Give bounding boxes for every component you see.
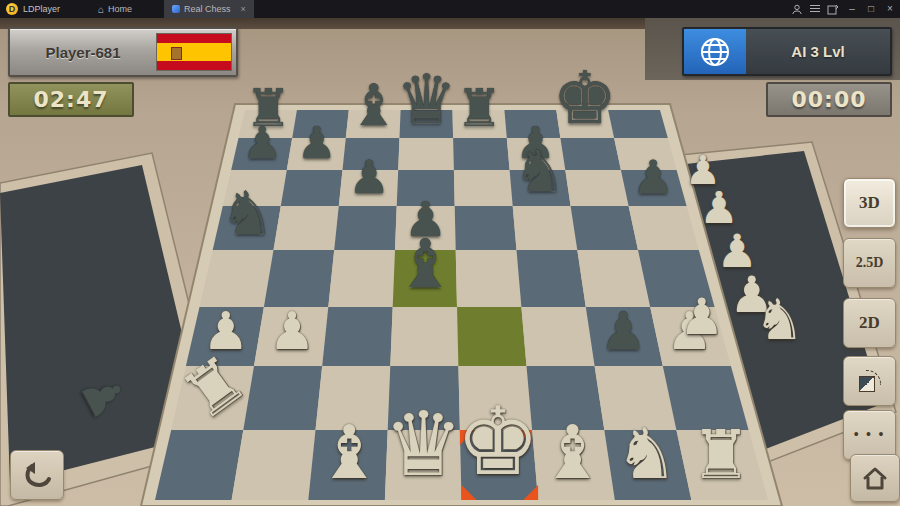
view-2d-label: 2D (859, 313, 880, 333)
ai-player-card: AI 3 Lvl (682, 27, 892, 76)
black-clock-time: 00:00 (791, 87, 866, 112)
close-icon[interactable]: × (884, 0, 896, 18)
square-b6[interactable] (281, 170, 343, 206)
square-h8[interactable] (608, 110, 668, 138)
piece-white-pawn-b3[interactable]: ♟ (269, 305, 316, 357)
square-e3[interactable] (457, 307, 527, 366)
ldplayer-logo-icon: D (6, 3, 18, 15)
white-clock: 02:47 (8, 82, 134, 117)
piece-black-pawn-a7[interactable]: ♟ (242, 121, 281, 165)
app-title: LDPlayer (23, 4, 60, 14)
white-player-name: Player-681 (10, 44, 156, 61)
flip-board-icon (859, 370, 881, 392)
square-g5[interactable] (571, 206, 638, 250)
piece-white-knight-g1[interactable]: ♞ (615, 419, 678, 489)
square-f5[interactable] (513, 206, 578, 250)
piece-white-queen-d1[interactable]: ♛ (384, 400, 464, 489)
minimize-icon[interactable]: – (846, 0, 858, 18)
piece-black-king-g8[interactable]: ♚ (552, 62, 617, 134)
piece-black-bishop-d4[interactable]: ♝ (395, 231, 455, 298)
view-2-5d-button[interactable]: 2.5D (843, 238, 896, 288)
square-d3[interactable] (390, 307, 458, 366)
ldplayer-window: D LDPlayer ⌂ Home Real Chess × – □ × (0, 0, 900, 506)
black-clock: 00:00 (766, 82, 892, 117)
square-b4[interactable] (264, 250, 334, 307)
square-e6[interactable] (454, 170, 513, 206)
piece-black-rook-e8[interactable]: ♜ (456, 82, 503, 134)
home-tab-icon: ⌂ (98, 4, 104, 15)
spain-flag (156, 33, 232, 71)
square-c5[interactable] (334, 206, 397, 250)
captured-white-knight: ♞ (754, 292, 804, 348)
piece-black-queen-d8[interactable]: ♛ (396, 66, 457, 134)
more-options-button[interactable]: • • • (843, 410, 896, 460)
tab-home[interactable]: ⌂ Home (90, 0, 140, 18)
square-f3[interactable] (521, 307, 594, 366)
white-player-card: Player-681 (8, 27, 238, 77)
tab-close-icon[interactable]: × (241, 4, 246, 14)
captured-white-pawn: ♟ (680, 292, 725, 342)
piece-white-rook-h1[interactable]: ♜ (691, 422, 751, 489)
undo-arrow-icon (22, 461, 52, 489)
piece-black-pawn-b7[interactable]: ♟ (297, 121, 336, 165)
account-icon[interactable] (791, 4, 803, 15)
square-c3[interactable] (322, 307, 393, 366)
view-3d-button[interactable]: 3D (843, 178, 896, 228)
piece-white-bishop-c1[interactable]: ♝ (316, 415, 382, 489)
undo-button[interactable] (10, 450, 64, 500)
menu-icon[interactable] (810, 5, 820, 13)
titlebar: D LDPlayer ⌂ Home Real Chess × – □ × (0, 0, 900, 18)
piece-black-knight-a5[interactable]: ♞ (221, 183, 275, 243)
tab-real-chess-label: Real Chess (184, 4, 231, 14)
square-e4[interactable] (456, 250, 522, 307)
view-3d-label: 3D (859, 193, 880, 213)
piece-black-pawn-c6[interactable]: ♟ (348, 154, 389, 200)
square-f4[interactable] (517, 250, 586, 307)
square-g4[interactable] (577, 250, 650, 307)
piece-black-pawn-h6[interactable]: ♟ (633, 154, 674, 200)
square-d7[interactable] (398, 138, 454, 170)
square-h5[interactable] (629, 206, 699, 250)
square-g6[interactable] (565, 170, 628, 206)
view-2-5d-label: 2.5D (856, 255, 884, 271)
white-clock-time: 02:47 (33, 87, 108, 112)
square-b1[interactable] (232, 430, 316, 500)
tab-home-label: Home (108, 4, 132, 14)
piece-white-bishop-f1[interactable]: ♝ (539, 415, 605, 489)
piece-white-king-e1[interactable]: ♚ (456, 395, 540, 489)
piece-black-bishop-c8[interactable]: ♝ (348, 77, 399, 134)
flag-emblem (171, 47, 182, 60)
ai-player-name: AI 3 Lvl (746, 29, 890, 74)
square-e7[interactable] (453, 138, 510, 170)
real-chess-tab-icon (172, 5, 180, 13)
square-b5[interactable] (274, 206, 339, 250)
flip-board-button[interactable] (843, 356, 896, 406)
more-options-icon: • • • (854, 427, 886, 443)
piece-black-pawn-g3[interactable]: ♟ (600, 305, 647, 357)
home-button[interactable] (850, 454, 900, 502)
rotate-screen-icon[interactable] (827, 4, 839, 15)
square-c4[interactable] (328, 250, 395, 307)
piece-black-knight-f6[interactable]: ♞ (514, 142, 566, 200)
maximize-icon[interactable]: □ (865, 0, 877, 18)
square-g7[interactable] (560, 138, 621, 170)
tab-real-chess[interactable]: Real Chess × (164, 0, 254, 18)
square-e5[interactable] (455, 206, 517, 250)
globe-icon (684, 29, 746, 74)
home-icon (862, 465, 888, 491)
view-2d-button[interactable]: 2D (843, 298, 896, 348)
